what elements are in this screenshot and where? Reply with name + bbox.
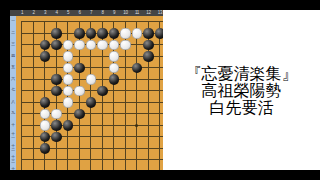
black-stone <box>40 40 50 50</box>
board-cell <box>131 131 143 143</box>
white-stone <box>120 40 130 50</box>
board-cell <box>16 39 28 51</box>
column-coordinates: 12345678910111213 <box>10 10 163 16</box>
board-cell <box>74 166 86 170</box>
board-cell <box>16 74 28 86</box>
board-cell <box>143 51 155 63</box>
board-cell <box>62 97 74 109</box>
board-cell <box>131 143 143 155</box>
board-cell <box>108 166 120 170</box>
board-cell <box>154 97 163 109</box>
board-cell <box>16 108 28 120</box>
board-cell <box>97 97 109 109</box>
board-cell <box>51 16 63 28</box>
white-stone <box>74 86 84 96</box>
board-cell <box>108 16 120 28</box>
board-cell <box>16 154 28 166</box>
row-label: 一 <box>10 16 16 28</box>
board-cell <box>97 143 109 155</box>
board-cell <box>120 131 132 143</box>
board-cell <box>143 154 155 166</box>
board-cell <box>39 16 51 28</box>
board-cell <box>108 51 120 63</box>
board-cell <box>62 108 74 120</box>
white-stone <box>63 86 73 96</box>
board-cell <box>131 74 143 86</box>
board-cell <box>74 62 86 74</box>
board-cell <box>108 74 120 86</box>
board-cell <box>28 62 40 74</box>
column-label: 12 <box>143 10 155 16</box>
black-stone <box>132 63 142 73</box>
board-cell <box>39 97 51 109</box>
board-cell <box>85 74 97 86</box>
board-cell <box>28 85 40 97</box>
row-label: 五 <box>10 62 16 74</box>
board-cell <box>97 166 109 170</box>
board-cell <box>120 62 132 74</box>
board-cell <box>143 131 155 143</box>
board-cell <box>16 120 28 132</box>
board-cell <box>74 143 86 155</box>
board-cell <box>39 154 51 166</box>
board-cell <box>143 28 155 40</box>
white-stone <box>40 120 50 130</box>
column-label: 4 <box>51 10 63 16</box>
board-cell <box>85 108 97 120</box>
board-cell <box>120 51 132 63</box>
black-stone <box>40 132 50 142</box>
black-stone <box>155 28 163 38</box>
board-cell <box>143 166 155 170</box>
black-stone <box>40 143 50 153</box>
board-cell <box>51 74 63 86</box>
board-cell <box>28 143 40 155</box>
board-cell <box>120 16 132 28</box>
board-cell <box>28 108 40 120</box>
board-cell <box>131 39 143 51</box>
row-label: 三 <box>10 39 16 51</box>
star-point <box>135 124 138 127</box>
board-cell <box>74 97 86 109</box>
board-cell <box>97 74 109 86</box>
board-cell <box>16 143 28 155</box>
board-cell <box>85 154 97 166</box>
black-stone <box>63 120 73 130</box>
board-cell <box>143 74 155 86</box>
white-stone <box>63 63 73 73</box>
row-label: 九 <box>10 108 16 120</box>
black-stone <box>74 28 84 38</box>
white-stone <box>86 74 96 84</box>
board-cell <box>62 16 74 28</box>
board-cell <box>16 16 28 28</box>
board-cell <box>143 120 155 132</box>
board-cell <box>85 62 97 74</box>
board-cell <box>154 120 163 132</box>
board-cell <box>97 39 109 51</box>
board-cell <box>143 85 155 97</box>
board-cell <box>62 39 74 51</box>
board-cell <box>154 28 163 40</box>
board-cell <box>74 85 86 97</box>
board-cell <box>108 108 120 120</box>
board-cell <box>154 16 163 28</box>
board-cell <box>154 154 163 166</box>
black-stone <box>97 86 107 96</box>
board-cell <box>131 85 143 97</box>
board-cell <box>62 28 74 40</box>
board-cell <box>97 62 109 74</box>
board-cell <box>62 74 74 86</box>
board-cell <box>108 28 120 40</box>
white-stone <box>63 40 73 50</box>
column-label: 2 <box>28 10 40 16</box>
board-cell <box>28 51 40 63</box>
black-stone <box>109 28 119 38</box>
board-cell <box>97 154 109 166</box>
board-cell <box>120 74 132 86</box>
board-cell <box>85 85 97 97</box>
board-cell <box>62 154 74 166</box>
board-cell <box>74 28 86 40</box>
column-label: 9 <box>108 10 120 16</box>
board-cell <box>39 74 51 86</box>
black-stone <box>97 28 107 38</box>
white-stone <box>109 51 119 61</box>
column-label: 5 <box>62 10 74 16</box>
board-cell <box>62 62 74 74</box>
board-cell <box>39 108 51 120</box>
board-cell <box>28 28 40 40</box>
video-frame: { "game": "go", "scene": "letterboxed di… <box>0 0 320 180</box>
board-cell <box>120 28 132 40</box>
board-cell <box>51 51 63 63</box>
board-cell <box>154 39 163 51</box>
board-cell <box>39 131 51 143</box>
board-cell <box>131 108 143 120</box>
board-cell <box>97 120 109 132</box>
board-cell <box>154 166 163 170</box>
board-cell <box>143 62 155 74</box>
black-stone <box>143 51 153 61</box>
white-stone <box>63 51 73 61</box>
black-stone <box>40 51 50 61</box>
board-cell <box>143 97 155 109</box>
board-cell <box>39 39 51 51</box>
board-cell <box>108 62 120 74</box>
board-cell <box>143 143 155 155</box>
board-cell <box>154 143 163 155</box>
board-cell <box>154 74 163 86</box>
board-cell <box>108 120 120 132</box>
black-stone <box>143 28 153 38</box>
black-stone <box>51 28 61 38</box>
board-cell <box>85 143 97 155</box>
board-cell <box>51 108 63 120</box>
board-cell <box>62 143 74 155</box>
black-stone <box>51 86 61 96</box>
white-stone <box>86 40 96 50</box>
black-stone <box>51 74 61 84</box>
board-cell <box>74 74 86 86</box>
board-cell <box>120 85 132 97</box>
black-stone <box>51 40 61 50</box>
board-cell <box>16 85 28 97</box>
black-stone <box>74 63 84 73</box>
white-stone <box>63 74 73 84</box>
board-cell <box>51 131 63 143</box>
board-cell <box>120 154 132 166</box>
board-cell <box>120 143 132 155</box>
black-stone <box>74 109 84 119</box>
board-cell <box>28 97 40 109</box>
board-cell <box>74 120 86 132</box>
board-cell <box>51 28 63 40</box>
row-label: 十二 <box>10 143 16 155</box>
white-stone <box>63 97 73 107</box>
board-cell <box>39 62 51 74</box>
board-cell <box>39 85 51 97</box>
column-label: 11 <box>131 10 143 16</box>
board-cell <box>74 16 86 28</box>
white-stone <box>51 109 61 119</box>
board-cell <box>28 74 40 86</box>
black-stone <box>51 132 61 142</box>
board-cell <box>28 166 40 170</box>
board-cell <box>51 62 63 74</box>
board-cell <box>131 51 143 63</box>
board-cell <box>108 154 120 166</box>
board-cell <box>28 154 40 166</box>
board-cell <box>16 28 28 40</box>
board-cell <box>85 166 97 170</box>
black-stone <box>109 74 119 84</box>
board-cell <box>62 166 74 170</box>
board-cell <box>131 97 143 109</box>
board-cell <box>108 97 120 109</box>
board-cell <box>16 62 28 74</box>
board-cell <box>28 120 40 132</box>
white-stone <box>109 40 119 50</box>
board-cell <box>62 51 74 63</box>
board-cell <box>120 39 132 51</box>
row-label: 八 <box>10 97 16 109</box>
caption-book-title: 『忘憂清楽集』 <box>186 65 298 82</box>
board-cell <box>131 62 143 74</box>
board-cell <box>51 154 63 166</box>
board-cell <box>97 28 109 40</box>
board-cell <box>131 120 143 132</box>
column-label: 10 <box>120 10 132 16</box>
row-label: 十四 <box>10 166 16 170</box>
board-cell <box>51 39 63 51</box>
board-cell <box>39 166 51 170</box>
board-cell <box>39 120 51 132</box>
board-cell <box>85 16 97 28</box>
board-cell <box>74 51 86 63</box>
caption-panel: 『忘憂清楽集』 高祖榮陽勢 白先要活 <box>163 10 320 170</box>
board-cell <box>74 39 86 51</box>
board-cell <box>108 143 120 155</box>
board-cell <box>131 28 143 40</box>
board-cell <box>51 143 63 155</box>
board-cell <box>120 120 132 132</box>
white-stone <box>74 40 84 50</box>
board-cell <box>108 39 120 51</box>
board-cell <box>28 131 40 143</box>
white-stone <box>97 40 107 50</box>
board-cell <box>85 51 97 63</box>
black-stone <box>40 97 50 107</box>
board-cell <box>16 131 28 143</box>
board-cell <box>154 85 163 97</box>
board-cell <box>16 166 28 170</box>
board-cell <box>131 166 143 170</box>
white-stone <box>120 28 130 38</box>
row-label: 十一 <box>10 131 16 143</box>
board-cell <box>120 108 132 120</box>
board-cell <box>28 16 40 28</box>
board-cell <box>143 39 155 51</box>
board-cell <box>143 108 155 120</box>
board-cell <box>85 120 97 132</box>
white-stone <box>132 28 142 38</box>
column-label: 6 <box>74 10 86 16</box>
board-cell <box>108 85 120 97</box>
row-label: 七 <box>10 85 16 97</box>
go-board-grid <box>16 16 163 170</box>
board-cell <box>120 166 132 170</box>
board-cell <box>131 16 143 28</box>
caption-task: 白先要活 <box>210 99 274 116</box>
row-coordinates: 一二三四五六七八九十十一十二十三十四 <box>10 16 16 170</box>
board-cell <box>143 16 155 28</box>
board-cell <box>120 97 132 109</box>
board-cell <box>51 97 63 109</box>
column-label: 1 <box>16 10 28 16</box>
board-cell <box>131 154 143 166</box>
black-stone <box>86 28 96 38</box>
board-cell <box>74 154 86 166</box>
board-cell <box>85 131 97 143</box>
board-cell <box>154 131 163 143</box>
board-cell <box>62 120 74 132</box>
board-cell <box>85 39 97 51</box>
board-cell <box>97 16 109 28</box>
row-label: 四 <box>10 51 16 63</box>
board-cell <box>62 85 74 97</box>
board-cell <box>74 131 86 143</box>
row-label: 十 <box>10 120 16 132</box>
board-cell <box>97 85 109 97</box>
row-label: 十三 <box>10 154 16 166</box>
board-cell <box>62 131 74 143</box>
board-cell <box>28 39 40 51</box>
board-cell <box>16 97 28 109</box>
board-cell <box>39 143 51 155</box>
board-cell <box>97 131 109 143</box>
white-stone <box>40 109 50 119</box>
caption-problem-title: 高祖榮陽勢 <box>202 82 282 99</box>
board-cell <box>154 108 163 120</box>
go-board-panel: 12345678910111213 一二三四五六七八九十十一十二十三十四 <box>10 10 163 170</box>
board-cell <box>39 51 51 63</box>
board-cell <box>51 120 63 132</box>
black-stone <box>86 97 96 107</box>
board-cell <box>39 28 51 40</box>
black-stone <box>143 40 153 50</box>
row-label: 二 <box>10 28 16 40</box>
board-cell <box>16 51 28 63</box>
board-cell <box>85 97 97 109</box>
black-stone <box>51 120 61 130</box>
board-cell <box>97 108 109 120</box>
board-cell <box>154 62 163 74</box>
board-cell <box>154 51 163 63</box>
board-cell <box>85 28 97 40</box>
column-label: 3 <box>39 10 51 16</box>
board-cell <box>74 108 86 120</box>
board-cell <box>51 85 63 97</box>
column-label: 8 <box>97 10 109 16</box>
row-label: 六 <box>10 74 16 86</box>
board-cell <box>108 131 120 143</box>
board-cell <box>97 51 109 63</box>
go-board <box>16 16 163 170</box>
white-stone <box>109 63 119 73</box>
board-cell <box>51 166 63 170</box>
column-label: 13 <box>154 10 163 16</box>
column-label: 7 <box>85 10 97 16</box>
